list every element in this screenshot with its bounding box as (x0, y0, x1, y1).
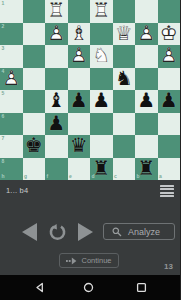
piece-black-rook[interactable]: ♜ (135, 158, 158, 181)
square-g2[interactable] (23, 23, 46, 46)
square-c6[interactable] (113, 113, 136, 136)
square-d6[interactable] (90, 113, 113, 136)
square-g1[interactable] (23, 0, 46, 23)
square-h4[interactable]: 4♟♙ (0, 68, 23, 91)
piece-white-pawn[interactable]: ♟♙ (68, 45, 91, 68)
chess-app-screen: 1♜♖♜♖2♟♙♝♗♛♕♟♙♚♔3♟♙♞♘♟♙4♟♙♞5♝♟♟♟♟6♟7♚♛8h… (0, 0, 180, 300)
square-e2[interactable]: ♝♗ (68, 23, 91, 46)
piece-black-pawn[interactable]: ♟ (90, 90, 113, 113)
square-h5[interactable]: 5 (0, 90, 23, 113)
square-b7[interactable] (135, 135, 158, 158)
puzzle-counter: 13 (164, 262, 173, 271)
piece-black-pawn[interactable]: ♟ (68, 90, 91, 113)
square-c1[interactable] (113, 0, 136, 23)
piece-black-pawn[interactable]: ♟ (45, 113, 68, 136)
back-icon (34, 281, 45, 296)
piece-white-rook[interactable]: ♜♖ (90, 0, 113, 23)
magnifier-icon (112, 227, 122, 237)
square-e6[interactable] (68, 113, 91, 136)
retry-button[interactable] (48, 223, 67, 242)
file-label: e (69, 174, 72, 179)
square-h2[interactable]: 2 (0, 23, 23, 46)
square-g6[interactable] (23, 113, 46, 136)
square-h6[interactable]: 6 (0, 113, 23, 136)
square-c2[interactable]: ♛♕ (113, 23, 136, 46)
square-f3[interactable] (45, 45, 68, 68)
square-f6[interactable]: ♟ (45, 113, 68, 136)
square-h8[interactable]: 8h (0, 158, 23, 181)
move-text: 1... b4 (6, 186, 28, 195)
square-b2[interactable]: ♟♙ (135, 23, 158, 46)
square-d7[interactable] (90, 135, 113, 158)
square-g5[interactable] (23, 90, 46, 113)
square-g8[interactable]: g (23, 158, 46, 181)
file-label: g (24, 174, 27, 179)
next-move-button[interactable] (76, 222, 95, 242)
square-g3[interactable] (23, 45, 46, 68)
square-e4[interactable] (68, 68, 91, 91)
continue-label: Continue (81, 256, 111, 265)
piece-white-pawn[interactable]: ♟♙ (158, 45, 181, 68)
square-a8[interactable]: a (158, 158, 181, 181)
rank-label: 2 (2, 24, 5, 29)
square-d8[interactable]: d♜ (90, 158, 113, 181)
back-button[interactable] (34, 282, 45, 293)
square-f4[interactable] (45, 68, 68, 91)
square-c8[interactable]: c (113, 158, 136, 181)
file-label: f (47, 174, 49, 179)
piece-black-pawn[interactable]: ♟ (135, 90, 158, 113)
square-d3[interactable]: ♞♘ (90, 45, 113, 68)
square-b5[interactable]: ♟ (135, 90, 158, 113)
square-b3[interactable] (135, 45, 158, 68)
square-e7[interactable]: ♛ (68, 135, 91, 158)
rank-label: 5 (2, 91, 5, 96)
piece-black-queen[interactable]: ♛ (68, 135, 91, 158)
piece-white-pawn[interactable]: ♟♙ (0, 68, 23, 91)
piece-black-knight[interactable]: ♞ (113, 68, 136, 91)
file-label: a (159, 174, 162, 179)
piece-white-king[interactable]: ♚♔ (158, 23, 181, 46)
prev-move-button[interactable] (20, 222, 39, 242)
square-e1[interactable] (68, 0, 91, 23)
square-d5[interactable]: ♟ (90, 90, 113, 113)
square-g7[interactable]: ♚ (23, 135, 46, 158)
square-h7[interactable]: 7 (0, 135, 23, 158)
square-g4[interactable] (23, 68, 46, 91)
square-b8[interactable]: b♜ (135, 158, 158, 181)
square-b6[interactable] (135, 113, 158, 136)
menu-button[interactable] (160, 185, 174, 197)
square-h3[interactable]: 3 (0, 45, 23, 68)
piece-white-bishop[interactable]: ♝♗ (68, 23, 91, 46)
square-d1[interactable]: ♜♖ (90, 0, 113, 23)
chess-board: 1♜♖♜♖2♟♙♝♗♛♕♟♙♚♔3♟♙♞♘♟♙4♟♙♞5♝♟♟♟♟6♟7♚♛8h… (0, 0, 180, 180)
home-button[interactable] (83, 282, 94, 293)
square-a4[interactable] (158, 68, 181, 91)
piece-black-bishop[interactable]: ♝ (45, 90, 68, 113)
piece-white-pawn[interactable]: ♟♙ (135, 23, 158, 46)
square-c7[interactable] (113, 135, 136, 158)
rank-label: 7 (2, 136, 5, 141)
bottom-panel: 1... b4 (0, 180, 180, 275)
square-a1[interactable] (158, 0, 181, 23)
square-f2[interactable]: ♟♙ (45, 23, 68, 46)
piece-black-king[interactable]: ♚ (23, 135, 46, 158)
continue-button[interactable]: Continue (59, 253, 119, 268)
square-c3[interactable] (113, 45, 136, 68)
retry-icon (48, 230, 67, 245)
square-h1[interactable]: 1 (0, 0, 23, 23)
square-c4[interactable]: ♞ (113, 68, 136, 91)
piece-black-pawn[interactable]: ♟ (158, 90, 181, 113)
square-a3[interactable]: ♟♙ (158, 45, 181, 68)
piece-white-pawn[interactable]: ♟♙ (45, 23, 68, 46)
analyze-label: Analyze (128, 227, 160, 237)
square-e8[interactable]: e (68, 158, 91, 181)
rank-label: 8 (2, 159, 5, 164)
square-d4[interactable] (90, 68, 113, 91)
skip-arrow-icon (66, 257, 77, 265)
square-f7[interactable] (45, 135, 68, 158)
file-label: c (114, 174, 117, 179)
recents-button[interactable] (136, 282, 147, 293)
square-a6[interactable] (158, 113, 181, 136)
square-a5[interactable]: ♟ (158, 90, 181, 113)
square-e5[interactable]: ♟ (68, 90, 91, 113)
analyze-button[interactable]: Analyze (103, 223, 175, 240)
piece-white-rook[interactable]: ♜♖ (45, 0, 68, 23)
square-a7[interactable] (158, 135, 181, 158)
right-arrow-icon (76, 230, 95, 245)
square-a2[interactable]: ♚♔ (158, 23, 181, 46)
square-b1[interactable] (135, 0, 158, 23)
piece-black-rook[interactable]: ♜ (90, 158, 113, 181)
recents-icon (136, 281, 147, 296)
square-c5[interactable] (113, 90, 136, 113)
rank-label: 3 (2, 46, 5, 51)
square-d2[interactable] (90, 23, 113, 46)
square-f8[interactable]: f (45, 158, 68, 181)
android-nav-bar (0, 275, 180, 300)
rank-label: 1 (2, 1, 5, 6)
file-label: h (2, 174, 5, 179)
home-icon (83, 281, 94, 296)
piece-white-knight[interactable]: ♞♘ (90, 45, 113, 68)
rank-label: 6 (2, 114, 5, 119)
square-b4[interactable] (135, 68, 158, 91)
square-f1[interactable]: ♜♖ (45, 0, 68, 23)
left-arrow-icon (20, 230, 39, 245)
piece-white-queen[interactable]: ♛♕ (113, 23, 136, 46)
square-e3[interactable]: ♟♙ (68, 45, 91, 68)
square-f5[interactable]: ♝ (45, 90, 68, 113)
